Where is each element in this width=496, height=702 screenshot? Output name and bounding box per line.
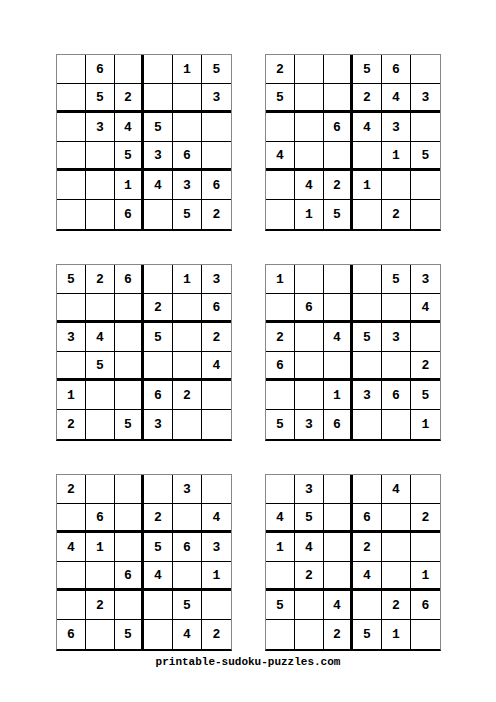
puzzle-6-cell-r2c2: 5 [295,504,324,533]
puzzle-4-cell-r5c4: 3 [353,381,382,410]
puzzle-2-cell-r2c3 [324,84,353,113]
puzzle-3-cell-r2c6: 6 [202,294,231,323]
puzzle-3-cell-r3c3 [115,323,144,352]
puzzle-2-cell-r3c2 [295,113,324,142]
puzzle-3-cell-r1c6: 3 [202,265,231,294]
puzzle-1-cell-r6c3: 6 [115,200,144,229]
puzzle-5-cell-r1c1: 2 [57,475,86,504]
puzzle-5-cell-r3c2: 1 [86,533,115,562]
puzzle-1-cell-r3c2: 3 [86,113,115,142]
puzzle-4-cell-r4c4 [353,352,382,381]
puzzle-5-cell-r5c2: 2 [86,591,115,620]
printable-sudoku-sheet: { "game": "sudoku", "variant": "6x6 grid… [0,0,496,702]
puzzle-5-cell-r4c4: 4 [144,562,173,591]
puzzle-2-cell-r5c5 [382,171,411,200]
puzzle-1-cell-r2c2: 5 [86,84,115,113]
puzzle-4-cell-r6c4 [353,410,382,439]
puzzle-2-cell-r6c1 [266,200,295,229]
puzzle-6-cell-r6c6 [411,620,440,649]
puzzle-2-cell-r1c6 [411,55,440,84]
puzzle-5-cell-r4c3: 6 [115,562,144,591]
puzzle-6-cell-r6c5: 1 [382,620,411,649]
puzzle-4-cell-r2c6: 4 [411,294,440,323]
puzzle-1-cell-r1c2: 6 [86,55,115,84]
puzzle-4-cell-r4c2 [295,352,324,381]
puzzle-6-cell-r2c1: 4 [266,504,295,533]
puzzle-3-cell-r6c5 [173,410,202,439]
puzzle-6-cell-r3c6 [411,533,440,562]
sudoku-grid-5: 2362441563641256542 [56,474,232,651]
puzzle-3-cell-r5c1: 1 [57,381,86,410]
puzzle-6-cell-r2c6: 2 [411,504,440,533]
puzzle-3-cell-r6c6 [202,410,231,439]
puzzle-1-cell-r3c1 [57,113,86,142]
puzzle-4-cell-r6c1: 5 [266,410,295,439]
puzzle-2-cell-r3c6 [411,113,440,142]
puzzle-6-cell-r5c5: 2 [382,591,411,620]
puzzle-5-cell-r6c4 [144,620,173,649]
puzzle-1-cell-r5c5: 3 [173,171,202,200]
puzzle-5-cell-r1c3 [115,475,144,504]
puzzle-2-cell-r1c2 [295,55,324,84]
puzzle-1-cell-r1c3 [115,55,144,84]
puzzle-4-cell-r5c1 [266,381,295,410]
puzzle-1-cell-r5c3: 1 [115,171,144,200]
puzzle-4-cell-r1c5: 5 [382,265,411,294]
puzzle-4-cell-r2c4 [353,294,382,323]
puzzle-4-cell-r3c4: 5 [353,323,382,352]
puzzle-6-cell-r5c1: 5 [266,591,295,620]
puzzle-5-cell-r1c4 [144,475,173,504]
puzzle-3-cell-r6c3: 5 [115,410,144,439]
puzzle-4-cell-r5c2 [295,381,324,410]
puzzle-2-cell-r6c4 [353,200,382,229]
puzzle-3-cell-r4c2: 5 [86,352,115,381]
puzzle-3-cell-r5c3 [115,381,144,410]
puzzle-6-cell-r1c6 [411,475,440,504]
puzzle-3-cell-r2c5 [173,294,202,323]
sudoku-grid-1: 6155233455361436652 [56,54,232,231]
puzzle-3-cell-r6c4: 3 [144,410,173,439]
puzzle-3-cell-r4c1 [57,352,86,381]
puzzle-2-cell-r3c3: 6 [324,113,353,142]
puzzle-5-cell-r5c6 [202,591,231,620]
puzzle-1-cell-r4c6 [202,142,231,171]
puzzle-3-cell-r6c1: 2 [57,410,86,439]
puzzle-6-cell-r4c4: 4 [353,562,382,591]
puzzle-3-cell-r5c5: 2 [173,381,202,410]
puzzle-2-cell-r4c3 [324,142,353,171]
puzzle-2-cell-r1c5: 6 [382,55,411,84]
puzzle-6-cell-r4c5 [382,562,411,591]
puzzle-5-cell-r6c6: 2 [202,620,231,649]
puzzle-4-cell-r1c2 [295,265,324,294]
puzzle-2-cell-r4c6: 5 [411,142,440,171]
puzzle-2-cell-r6c6 [411,200,440,229]
puzzle-1-cell-r5c6: 6 [202,171,231,200]
puzzle-2-cell-r5c4: 1 [353,171,382,200]
puzzle-1-cell-r6c6: 2 [202,200,231,229]
puzzle-5-cell-r5c5: 5 [173,591,202,620]
puzzle-4-cell-r5c3: 1 [324,381,353,410]
puzzle-5-cell-r5c1 [57,591,86,620]
sudoku-grid-2: 2565243643415421152 [265,54,441,231]
puzzle-4-cell-r5c5: 6 [382,381,411,410]
puzzle-5-cell-r6c1: 6 [57,620,86,649]
puzzle-2-cell-r3c1 [266,113,295,142]
puzzle-1-cell-r5c2 [86,171,115,200]
puzzle-2-cell-r2c6: 3 [411,84,440,113]
puzzle-2-cell-r5c3: 2 [324,171,353,200]
sudoku-grid-6: 3445621422415426251 [265,474,441,651]
puzzle-3-cell-r2c4: 2 [144,294,173,323]
puzzle-1-cell-r1c4 [144,55,173,84]
puzzle-2-cell-r5c6 [411,171,440,200]
puzzle-4-cell-r1c3 [324,265,353,294]
puzzle-1-cell-r1c6: 5 [202,55,231,84]
puzzle-6-cell-r1c1 [266,475,295,504]
puzzle-1-cell-r4c2 [86,142,115,171]
puzzle-2-cell-r3c4: 4 [353,113,382,142]
puzzle-6-cell-r3c5 [382,533,411,562]
puzzle-4-cell-r6c3: 6 [324,410,353,439]
puzzle-5-cell-r2c3 [115,504,144,533]
puzzle-6-cell-r2c3 [324,504,353,533]
puzzle-5-cell-r6c3: 5 [115,620,144,649]
puzzle-4-cell-r4c3 [324,352,353,381]
puzzle-4-cell-r3c2 [295,323,324,352]
puzzle-5-cell-r6c2 [86,620,115,649]
puzzle-1-cell-r2c6: 3 [202,84,231,113]
puzzle-6-cell-r5c4 [353,591,382,620]
puzzle-2-cell-r4c5: 1 [382,142,411,171]
puzzle-1-cell-r6c4 [144,200,173,229]
puzzle-4-cell-r6c6: 1 [411,410,440,439]
puzzle-1-cell-r6c2 [86,200,115,229]
puzzle-2-cell-r4c4 [353,142,382,171]
puzzle-4-cell-r3c3: 4 [324,323,353,352]
puzzle-4-cell-r2c1 [266,294,295,323]
puzzle-5-cell-r4c6: 1 [202,562,231,591]
puzzle-2-cell-r3c5: 3 [382,113,411,142]
puzzle-3-cell-r3c4: 5 [144,323,173,352]
sudoku-grid-3: 5261326345254162253 [56,264,232,441]
puzzle-2-cell-r2c5: 4 [382,84,411,113]
puzzle-3-cell-r5c6 [202,381,231,410]
puzzle-4-cell-r6c5 [382,410,411,439]
puzzle-5-cell-r3c6: 3 [202,533,231,562]
puzzle-4-cell-r6c2: 3 [295,410,324,439]
puzzle-2-cell-r5c1 [266,171,295,200]
puzzle-1-cell-r3c6 [202,113,231,142]
puzzle-5-cell-r3c5: 6 [173,533,202,562]
puzzle-3-cell-r4c3 [115,352,144,381]
puzzle-5-cell-r4c2 [86,562,115,591]
puzzle-1-cell-r5c4: 4 [144,171,173,200]
puzzle-1-cell-r3c4: 5 [144,113,173,142]
puzzle-3-cell-r4c5 [173,352,202,381]
puzzle-1-cell-r1c1 [57,55,86,84]
puzzle-5-cell-r1c6 [202,475,231,504]
puzzle-4-cell-r4c1: 6 [266,352,295,381]
puzzle-3-cell-r1c2: 2 [86,265,115,294]
puzzle-3-cell-r3c5 [173,323,202,352]
puzzle-6-cell-r4c1 [266,562,295,591]
puzzle-2-cell-r1c4: 5 [353,55,382,84]
puzzle-4-cell-r3c1: 2 [266,323,295,352]
puzzle-2-cell-r2c4: 2 [353,84,382,113]
puzzle-4-cell-r1c1: 1 [266,265,295,294]
puzzle-3-cell-r2c2 [86,294,115,323]
puzzle-3-cell-r2c3 [115,294,144,323]
puzzle-5-cell-r4c5 [173,562,202,591]
puzzle-3-cell-r6c2 [86,410,115,439]
puzzle-6-cell-r5c3: 4 [324,591,353,620]
puzzle-6-cell-r6c3: 2 [324,620,353,649]
puzzle-5-cell-r2c6: 4 [202,504,231,533]
puzzle-5-cell-r3c1: 4 [57,533,86,562]
puzzle-1-cell-r1c5: 1 [173,55,202,84]
puzzle-1-cell-r5c1 [57,171,86,200]
puzzle-5-cell-r1c5: 3 [173,475,202,504]
puzzle-2-cell-r6c3: 5 [324,200,353,229]
puzzle-1-cell-r4c5: 6 [173,142,202,171]
puzzle-2-cell-r1c3 [324,55,353,84]
puzzle-6-cell-r4c6: 1 [411,562,440,591]
puzzle-2-cell-r2c1: 5 [266,84,295,113]
puzzle-1-cell-r4c1 [57,142,86,171]
puzzle-6-cell-r4c3 [324,562,353,591]
puzzle-5-cell-r2c5 [173,504,202,533]
puzzle-3-cell-r4c4 [144,352,173,381]
puzzle-5-cell-r5c3 [115,591,144,620]
puzzle-6-cell-r5c6: 6 [411,591,440,620]
puzzle-3-cell-r3c1: 3 [57,323,86,352]
puzzle-4-cell-r2c5 [382,294,411,323]
puzzle-4-cell-r4c6: 2 [411,352,440,381]
puzzle-1-cell-r4c3: 5 [115,142,144,171]
puzzle-4-cell-r5c6: 5 [411,381,440,410]
puzzle-4-cell-r3c5: 3 [382,323,411,352]
puzzle-3-cell-r3c2: 4 [86,323,115,352]
puzzle-2-cell-r1c1: 2 [266,55,295,84]
puzzle-2-cell-r4c1: 4 [266,142,295,171]
puzzle-4-cell-r3c6 [411,323,440,352]
puzzle-4-cell-r2c3 [324,294,353,323]
puzzle-1-cell-r2c3: 2 [115,84,144,113]
puzzle-2-cell-r6c2: 1 [295,200,324,229]
puzzle-6-cell-r6c4: 5 [353,620,382,649]
puzzle-6-cell-r3c1: 1 [266,533,295,562]
puzzle-5-cell-r6c5: 4 [173,620,202,649]
puzzle-5-cell-r3c3 [115,533,144,562]
puzzle-6-cell-r6c2 [295,620,324,649]
puzzle-3-cell-r4c6: 4 [202,352,231,381]
puzzle-5-cell-r2c4: 2 [144,504,173,533]
puzzle-6-cell-r2c4: 6 [353,504,382,533]
puzzle-1-cell-r2c4 [144,84,173,113]
puzzle-5-cell-r1c2 [86,475,115,504]
puzzle-5-cell-r3c4: 5 [144,533,173,562]
puzzle-4-cell-r4c5 [382,352,411,381]
puzzle-2-cell-r4c2 [295,142,324,171]
puzzle-3-cell-r1c5: 1 [173,265,202,294]
puzzle-3-cell-r3c6: 2 [202,323,231,352]
puzzle-5-cell-r2c2: 6 [86,504,115,533]
puzzle-4-cell-r1c6: 3 [411,265,440,294]
puzzle-1-cell-r4c4: 3 [144,142,173,171]
puzzle-6-cell-r2c5 [382,504,411,533]
puzzle-3-cell-r1c1: 5 [57,265,86,294]
puzzle-1-cell-r6c1 [57,200,86,229]
puzzle-3-cell-r1c3: 6 [115,265,144,294]
puzzle-6-cell-r1c5: 4 [382,475,411,504]
puzzle-4-cell-r2c2: 6 [295,294,324,323]
sudoku-grid-4: 1536424536213655361 [265,264,441,441]
puzzle-6-cell-r3c3 [324,533,353,562]
puzzle-1-cell-r2c5 [173,84,202,113]
puzzle-1-cell-r3c5 [173,113,202,142]
puzzle-6-cell-r1c3 [324,475,353,504]
puzzle-5-cell-r2c1 [57,504,86,533]
puzzle-3-cell-r5c2 [86,381,115,410]
puzzle-3-cell-r5c4: 6 [144,381,173,410]
puzzle-6-cell-r3c2: 4 [295,533,324,562]
puzzle-2-cell-r2c2 [295,84,324,113]
puzzle-6-cell-r1c2: 3 [295,475,324,504]
puzzle-5-cell-r5c4 [144,591,173,620]
puzzle-1-cell-r6c5: 5 [173,200,202,229]
puzzle-6-cell-r5c2 [295,591,324,620]
puzzle-6-cell-r1c4 [353,475,382,504]
puzzle-3-cell-r2c1 [57,294,86,323]
puzzle-5-cell-r4c1 [57,562,86,591]
puzzle-6-cell-r6c1 [266,620,295,649]
puzzle-4-cell-r1c4 [353,265,382,294]
puzzle-6-cell-r4c2: 2 [295,562,324,591]
puzzle-1-cell-r3c3: 4 [115,113,144,142]
puzzle-1-cell-r2c1 [57,84,86,113]
site-url-footer: printable-sudoku-puzzles.com [0,656,496,668]
puzzle-2-cell-r6c5: 2 [382,200,411,229]
puzzle-6-cell-r3c4: 2 [353,533,382,562]
puzzle-2-cell-r5c2: 4 [295,171,324,200]
puzzle-3-cell-r1c4 [144,265,173,294]
